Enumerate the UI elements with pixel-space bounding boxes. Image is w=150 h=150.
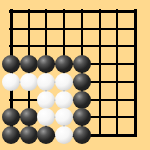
black-stone (37, 126, 55, 144)
black-stone (73, 126, 91, 144)
white-stone (55, 73, 73, 91)
black-stone (2, 126, 20, 144)
white-stone (55, 108, 73, 126)
black-stone (73, 91, 91, 109)
grid-line-vertical (134, 9, 137, 137)
black-stone (20, 126, 38, 144)
white-stone (55, 126, 73, 144)
white-stone (2, 73, 20, 91)
black-stone (2, 108, 20, 126)
white-stone (20, 73, 38, 91)
go-board[interactable] (0, 0, 150, 150)
go-diagram (0, 0, 150, 150)
black-stone (20, 55, 38, 73)
white-stone (55, 91, 73, 109)
black-stone (73, 73, 91, 91)
white-stone (37, 108, 55, 126)
black-stone (73, 108, 91, 126)
black-stone (37, 55, 55, 73)
black-stone (2, 55, 20, 73)
black-stone (55, 55, 73, 73)
white-stone (37, 91, 55, 109)
white-stone (37, 73, 55, 91)
black-stone (73, 55, 91, 73)
black-stone (20, 108, 38, 126)
